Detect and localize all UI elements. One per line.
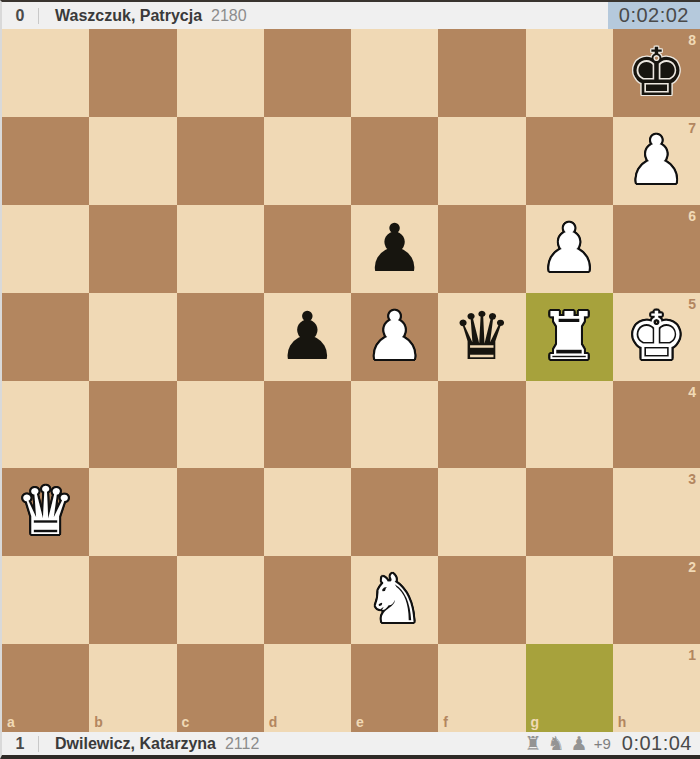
square-h8[interactable]: 8♚ xyxy=(613,29,700,117)
black-pawn-e6[interactable]: ♟ xyxy=(351,205,438,293)
rank-label-4: 4 xyxy=(688,385,696,399)
square-b2[interactable] xyxy=(89,556,176,644)
top-player-bar: 0 Waszczuk, Patrycja 2180 0:02:02 xyxy=(2,2,700,29)
square-g1[interactable]: g xyxy=(526,644,613,732)
rank-label-3: 3 xyxy=(688,472,696,486)
square-c8[interactable] xyxy=(177,29,264,117)
square-e2[interactable]: ♞ xyxy=(351,556,438,644)
square-f3[interactable] xyxy=(438,468,525,556)
square-d4[interactable] xyxy=(264,381,351,469)
square-b5[interactable] xyxy=(89,293,176,381)
square-h1[interactable]: 1h xyxy=(613,644,700,732)
divider xyxy=(38,736,39,752)
black-pawn-d5[interactable]: ♟ xyxy=(264,293,351,381)
rank-label-2: 2 xyxy=(688,560,696,574)
square-c7[interactable] xyxy=(177,117,264,205)
square-d6[interactable] xyxy=(264,205,351,293)
square-a3[interactable]: ♛ xyxy=(2,468,89,556)
square-e6[interactable]: ♟ xyxy=(351,205,438,293)
square-c3[interactable] xyxy=(177,468,264,556)
captured-pawn-icon: ♟ xyxy=(571,734,588,753)
square-e7[interactable] xyxy=(351,117,438,205)
square-d2[interactable] xyxy=(264,556,351,644)
square-h4[interactable]: 4 xyxy=(613,381,700,469)
square-c4[interactable] xyxy=(177,381,264,469)
file-label-e: e xyxy=(356,715,364,729)
square-h7[interactable]: 7♟ xyxy=(613,117,700,205)
top-player-rating: 2180 xyxy=(211,7,247,25)
game-window: 0 Waszczuk, Patrycja 2180 0:02:02 8♚7♟♟♟… xyxy=(0,0,700,759)
square-d1[interactable]: d xyxy=(264,644,351,732)
square-b3[interactable] xyxy=(89,468,176,556)
square-d8[interactable] xyxy=(264,29,351,117)
square-f2[interactable] xyxy=(438,556,525,644)
square-d5[interactable]: ♟ xyxy=(264,293,351,381)
white-pawn-h7[interactable]: ♟ xyxy=(613,117,700,205)
file-label-g: g xyxy=(531,715,540,729)
file-label-a: a xyxy=(7,715,15,729)
square-a8[interactable] xyxy=(2,29,89,117)
square-f4[interactable] xyxy=(438,381,525,469)
file-label-c: c xyxy=(182,715,190,729)
material-advantage: ♜ ♞ ♟ +9 xyxy=(522,734,611,753)
square-c5[interactable] xyxy=(177,293,264,381)
square-c1[interactable]: c xyxy=(177,644,264,732)
white-pawn-e5[interactable]: ♟ xyxy=(351,293,438,381)
square-f8[interactable] xyxy=(438,29,525,117)
white-queen-a3[interactable]: ♛ xyxy=(2,468,89,556)
square-h6[interactable]: 6 xyxy=(613,205,700,293)
top-player-clock: 0:02:02 xyxy=(608,2,700,29)
square-c6[interactable] xyxy=(177,205,264,293)
white-rook-g5[interactable]: ♜ xyxy=(526,293,613,381)
square-h5[interactable]: 5♚ xyxy=(613,293,700,381)
square-g5[interactable]: ♜ xyxy=(526,293,613,381)
square-a5[interactable] xyxy=(2,293,89,381)
square-b7[interactable] xyxy=(89,117,176,205)
white-pawn-g6[interactable]: ♟ xyxy=(526,205,613,293)
square-h3[interactable]: 3 xyxy=(613,468,700,556)
rank-label-6: 6 xyxy=(688,209,696,223)
square-g6[interactable]: ♟ xyxy=(526,205,613,293)
square-e1[interactable]: e xyxy=(351,644,438,732)
rank-label-1: 1 xyxy=(688,648,696,662)
square-e3[interactable] xyxy=(351,468,438,556)
square-e5[interactable]: ♟ xyxy=(351,293,438,381)
square-b8[interactable] xyxy=(89,29,176,117)
square-h2[interactable]: 2 xyxy=(613,556,700,644)
file-label-d: d xyxy=(269,715,278,729)
black-king-h8[interactable]: ♚ xyxy=(613,29,700,117)
bottom-player-rating: 2112 xyxy=(225,735,259,753)
top-player-score: 0 xyxy=(2,7,38,25)
square-g8[interactable] xyxy=(526,29,613,117)
file-label-b: b xyxy=(94,715,103,729)
square-g2[interactable] xyxy=(526,556,613,644)
square-e8[interactable] xyxy=(351,29,438,117)
square-d3[interactable] xyxy=(264,468,351,556)
square-a1[interactable]: a xyxy=(2,644,89,732)
square-a7[interactable] xyxy=(2,117,89,205)
square-b4[interactable] xyxy=(89,381,176,469)
square-a4[interactable] xyxy=(2,381,89,469)
captured-rook-icon: ♜ xyxy=(525,734,542,753)
square-f5[interactable]: ♛ xyxy=(438,293,525,381)
bottom-player-clock: 0:01:04 xyxy=(611,732,700,755)
square-f7[interactable] xyxy=(438,117,525,205)
black-queen-f5[interactable]: ♛ xyxy=(438,293,525,381)
square-g3[interactable] xyxy=(526,468,613,556)
bottom-player-bar: 1 Dwilewicz, Katarzyna 2112 ♜ ♞ ♟ +9 0:0… xyxy=(2,732,700,755)
file-label-h: h xyxy=(618,715,627,729)
square-e4[interactable] xyxy=(351,381,438,469)
square-d7[interactable] xyxy=(264,117,351,205)
square-f6[interactable] xyxy=(438,205,525,293)
square-b6[interactable] xyxy=(89,205,176,293)
square-b1[interactable]: b xyxy=(89,644,176,732)
square-f1[interactable]: f xyxy=(438,644,525,732)
square-g4[interactable] xyxy=(526,381,613,469)
captured-knight-icon: ♞ xyxy=(548,734,565,753)
square-c2[interactable] xyxy=(177,556,264,644)
chess-board: 8♚7♟♟♟6♟♟♛♜5♚4♛3♞2abcdefg1h xyxy=(2,29,700,732)
bottom-player-score: 1 xyxy=(2,735,38,753)
square-a2[interactable] xyxy=(2,556,89,644)
white-knight-e2[interactable]: ♞ xyxy=(351,556,438,644)
divider xyxy=(38,8,39,24)
square-a6[interactable] xyxy=(2,205,89,293)
white-king-h5[interactable]: ♚ xyxy=(613,293,700,381)
file-label-f: f xyxy=(443,715,448,729)
material-advantage-score: +9 xyxy=(594,735,611,752)
top-player-name: Waszczuk, Patrycja xyxy=(55,7,202,25)
bottom-player-name: Dwilewicz, Katarzyna xyxy=(55,735,216,753)
square-g7[interactable] xyxy=(526,117,613,205)
